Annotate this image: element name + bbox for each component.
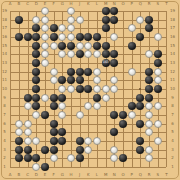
coord-label-top: D [35, 2, 38, 6]
coord-label-bottom: N [113, 173, 116, 177]
stone-white [93, 137, 101, 145]
stone-black [119, 154, 127, 162]
grid-line-v [166, 11, 167, 167]
stone-black [110, 7, 118, 15]
stone-black [154, 59, 162, 67]
coord-label-left: 6 [3, 122, 6, 126]
stone-white [50, 68, 58, 76]
stone-black [154, 50, 162, 58]
stone-black [58, 76, 66, 84]
coord-label-left: 4 [3, 139, 6, 143]
coord-label-right: 19 [170, 9, 175, 13]
stone-white [145, 111, 153, 119]
coord-label-right: 11 [170, 78, 175, 82]
coord-label-right: 18 [170, 18, 175, 22]
stone-black [67, 68, 75, 76]
stone-white [110, 85, 118, 93]
coord-label-right: 2 [171, 156, 174, 160]
stone-black [136, 146, 144, 154]
coord-label-bottom: O [121, 173, 124, 177]
stone-white [24, 120, 32, 128]
coord-label-left: 11 [2, 78, 7, 82]
star-point [139, 88, 141, 90]
stone-black [102, 16, 110, 24]
stone-black [136, 137, 144, 145]
stone-white [41, 33, 49, 41]
coord-label-top: E [44, 2, 47, 6]
coord-label-bottom: B [18, 173, 21, 177]
stone-white [84, 42, 92, 50]
coord-label-bottom: R [148, 173, 151, 177]
coord-label-bottom: K [87, 173, 90, 177]
stone-white [154, 33, 162, 41]
stone-black [32, 154, 40, 162]
coord-label-bottom: M [104, 173, 107, 177]
coord-label-left: 15 [2, 44, 7, 48]
coord-label-left: 7 [3, 113, 6, 117]
stone-white [84, 137, 92, 145]
coord-label-top: H [69, 2, 72, 6]
stone-white [110, 33, 118, 41]
stone-white [76, 111, 84, 119]
stone-white [24, 128, 32, 136]
stone-black [84, 85, 92, 93]
stone-white [76, 16, 84, 24]
grid-line-v [123, 11, 124, 167]
stone-white [41, 94, 49, 102]
coord-label-left: 19 [2, 9, 7, 13]
coord-label-top: J [79, 2, 80, 6]
stone-white [128, 68, 136, 76]
stone-black [76, 137, 84, 145]
grid-line-v [132, 11, 133, 167]
stone-black [119, 120, 127, 128]
stone-white [58, 85, 66, 93]
stone-white [58, 111, 66, 119]
coord-label-right: 9 [171, 96, 174, 100]
coord-label-left: 13 [2, 61, 7, 65]
stone-white [67, 24, 75, 32]
coord-label-top: S [156, 2, 159, 6]
stone-black [110, 128, 118, 136]
stone-white [41, 7, 49, 15]
stone-black [24, 154, 32, 162]
stone-black [145, 85, 153, 93]
stone-black [76, 68, 84, 76]
stone-white [32, 16, 40, 24]
coord-label-left: 9 [3, 96, 6, 100]
stone-black: 143 [102, 59, 110, 67]
stone-white [67, 154, 75, 162]
stone-black [145, 76, 153, 84]
coord-label-top: P [130, 2, 132, 6]
stone-black [84, 33, 92, 41]
stone-white [50, 154, 58, 162]
stone-black [32, 76, 40, 84]
coord-label-top: N [113, 2, 116, 6]
stone-white [128, 24, 136, 32]
coord-label-right: 6 [171, 122, 174, 126]
stone-black [67, 76, 75, 84]
stone-black [76, 146, 84, 154]
stone-black [32, 42, 40, 50]
stone-black [15, 137, 23, 145]
coord-label-top: C [26, 2, 29, 6]
stone-white [67, 7, 75, 15]
coord-label-right: 12 [170, 70, 175, 74]
stone-black [128, 102, 136, 110]
coord-label-top: A [9, 2, 12, 6]
stone-white [110, 154, 118, 162]
coord-label-left: 17 [2, 26, 7, 30]
stone-black [119, 111, 127, 119]
stone-black [32, 85, 40, 93]
stone-white [58, 33, 66, 41]
stone-white [41, 16, 49, 24]
stone-black [50, 128, 58, 136]
stone-white [102, 94, 110, 102]
stone-white [154, 68, 162, 76]
stone-white [154, 76, 162, 84]
coord-label-bottom: L [96, 173, 98, 177]
coord-label-bottom: S [156, 173, 159, 177]
coord-label-left: 16 [2, 35, 7, 39]
stone-white [67, 16, 75, 24]
stone-black [50, 137, 58, 145]
coord-label-right: 1 [171, 165, 174, 169]
coord-label-left: 1 [3, 165, 6, 169]
stone-white [67, 33, 75, 41]
coord-label-right: 17 [170, 26, 175, 30]
stone-black [136, 94, 144, 102]
stone-black [145, 68, 153, 76]
stone-white [15, 128, 23, 136]
stone-white [32, 137, 40, 145]
stone-black [76, 50, 84, 58]
coord-label-left: 12 [2, 70, 7, 74]
coord-label-bottom: A [9, 173, 12, 177]
stone-black [24, 33, 32, 41]
stone-white [154, 120, 162, 128]
stone-white [93, 68, 101, 76]
coord-label-bottom: E [44, 173, 47, 177]
coord-label-top: O [121, 2, 124, 6]
stone-white [93, 76, 101, 84]
stone-black [15, 146, 23, 154]
stone-black [67, 42, 75, 50]
stone-white [145, 128, 153, 136]
stone-black [15, 33, 23, 41]
stone-black [102, 50, 110, 58]
stone-white [84, 102, 92, 110]
stone-white [93, 85, 101, 93]
stone-white [128, 111, 136, 119]
coord-label-left: 18 [2, 18, 7, 22]
stone-black [32, 94, 40, 102]
coord-label-top: K [87, 2, 90, 6]
stone-white [50, 76, 58, 84]
stone-white [93, 102, 101, 110]
coord-label-left: 14 [2, 52, 7, 56]
coord-label-top: F [52, 2, 54, 6]
stone-white [58, 24, 66, 32]
coord-label-right: 16 [170, 35, 175, 39]
stone-white [24, 137, 32, 145]
stone-black [102, 24, 110, 32]
stone-black [41, 111, 49, 119]
coord-label-top: Q [139, 2, 142, 6]
coord-label-right: 13 [170, 61, 175, 65]
stone-black [15, 154, 23, 162]
stone-white [58, 50, 66, 58]
coord-label-right: 15 [170, 44, 175, 48]
coord-label-right: 8 [171, 104, 174, 108]
stone-black [41, 146, 49, 154]
stone-black [102, 42, 110, 50]
stone-black [50, 102, 58, 110]
stone-black [136, 33, 144, 41]
coord-label-bottom: H [69, 173, 72, 177]
stone-black [41, 163, 49, 171]
stone-white [145, 154, 153, 162]
stone-white [84, 146, 92, 154]
coord-label-bottom: F [52, 173, 54, 177]
stone-white [93, 50, 101, 58]
stone-white [41, 59, 49, 67]
stone-black [58, 42, 66, 50]
stone-white [154, 102, 162, 110]
stone-white [154, 137, 162, 145]
stone-white [41, 50, 49, 58]
stone-white [84, 50, 92, 58]
stone-black [32, 68, 40, 76]
stone-black [76, 154, 84, 162]
stone-white [41, 42, 49, 50]
coord-label-right: 7 [171, 113, 174, 117]
coord-label-right: 10 [170, 87, 175, 91]
coord-label-bottom: T [165, 173, 167, 177]
coord-label-right: 3 [171, 148, 174, 152]
coord-label-bottom: J [79, 173, 80, 177]
stone-white [110, 146, 118, 154]
stone-black [154, 85, 162, 93]
coord-label-top: B [18, 2, 21, 6]
stone-black [58, 137, 66, 145]
stone-black [145, 24, 153, 32]
stone-black [32, 102, 40, 110]
stone-black [110, 59, 118, 67]
coord-label-bottom: D [35, 173, 38, 177]
coord-label-top: L [96, 2, 98, 6]
stone-white [76, 42, 84, 50]
coord-label-top: R [148, 2, 151, 6]
stone-black [24, 146, 32, 154]
stone-black [76, 76, 84, 84]
stone-black [32, 33, 40, 41]
last-move-number: 143 [103, 61, 109, 64]
stone-black [50, 146, 58, 154]
coord-label-right: 4 [171, 139, 174, 143]
stone-white [32, 163, 40, 171]
coord-label-top: T [165, 2, 167, 6]
stone-black [110, 50, 118, 58]
stone-white [136, 16, 144, 24]
coord-label-bottom: Q [139, 173, 142, 177]
coord-label-right: 14 [170, 52, 175, 56]
stone-black [50, 120, 58, 128]
stone-black [32, 59, 40, 67]
stone-black [32, 50, 40, 58]
stone-white [145, 120, 153, 128]
stone-white [67, 50, 75, 58]
stone-white [102, 85, 110, 93]
stone-white [67, 85, 75, 93]
coord-label-right: 5 [171, 130, 174, 134]
stone-black [50, 33, 58, 41]
stone-black [76, 85, 84, 93]
stone-black [93, 42, 101, 50]
stone-black [93, 33, 101, 41]
stone-white [145, 146, 153, 154]
stone-black [32, 24, 40, 32]
stone-white [41, 24, 49, 32]
stone-black [128, 42, 136, 50]
stone-black [58, 94, 66, 102]
coord-label-bottom: P [130, 173, 132, 177]
stone-black [50, 94, 58, 102]
stone-black [136, 102, 144, 110]
stone-white [50, 42, 58, 50]
coord-label-left: 5 [3, 130, 6, 134]
stone-black [102, 7, 110, 15]
stone-white [110, 76, 118, 84]
coord-label-left: 2 [3, 156, 6, 160]
stone-black [145, 94, 153, 102]
coord-label-bottom: C [26, 173, 29, 177]
stone-black [76, 33, 84, 41]
stone-black [136, 120, 144, 128]
coord-label-left: 3 [3, 148, 6, 152]
stone-black [50, 24, 58, 32]
coord-label-top: M [104, 2, 107, 6]
stone-black [145, 16, 153, 24]
stone-black [93, 94, 101, 102]
stone-black [58, 128, 66, 136]
stone-white [145, 50, 153, 58]
stone-black [15, 16, 23, 24]
stone-white [24, 102, 32, 110]
coord-label-left: 8 [3, 104, 6, 108]
stone-white [58, 102, 66, 110]
grid-line-v [10, 11, 11, 167]
stone-black [24, 94, 32, 102]
coord-label-bottom: G [61, 173, 64, 177]
coord-label-left: 10 [2, 87, 7, 91]
stone-white [32, 111, 40, 119]
stone-white [15, 120, 23, 128]
stone-black [84, 68, 92, 76]
stone-black [110, 111, 118, 119]
stone-white [145, 102, 153, 110]
coord-label-top: G [61, 2, 64, 6]
go-board[interactable]: AABBCCDDEEFFGGHHJJKKLLMMNNOOPPQQRRSSTT19… [0, 0, 180, 180]
stone-black [110, 16, 118, 24]
